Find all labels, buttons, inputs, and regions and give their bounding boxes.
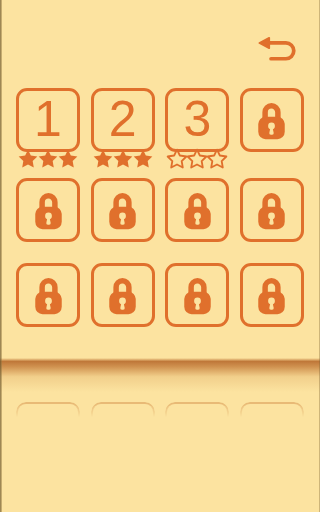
back-button[interactable] xyxy=(257,36,299,62)
star-empty-icon xyxy=(186,148,208,170)
level-cell xyxy=(16,178,80,242)
star-rating xyxy=(18,148,78,170)
level-button-7[interactable] xyxy=(165,178,229,242)
star-filled-icon xyxy=(112,148,134,170)
next-row-button-ghost xyxy=(16,402,80,417)
lock-icon xyxy=(255,274,288,316)
level-button-6[interactable] xyxy=(91,178,155,242)
bottom-shadow-band xyxy=(0,358,320,392)
star-filled-icon xyxy=(57,148,79,170)
next-row-button-ghost xyxy=(165,402,229,417)
star-rating xyxy=(93,148,153,170)
star-rating xyxy=(167,148,227,170)
level-row: 123 xyxy=(16,88,304,152)
level-cell xyxy=(240,88,304,152)
next-row-hint xyxy=(16,402,304,417)
level-cell xyxy=(16,263,80,327)
level-number: 2 xyxy=(109,94,137,144)
level-button-5[interactable] xyxy=(16,178,80,242)
level-button-9[interactable] xyxy=(16,263,80,327)
level-row xyxy=(16,178,304,242)
star-filled-icon xyxy=(17,148,39,170)
level-row xyxy=(16,263,304,327)
next-row-button-ghost xyxy=(91,402,155,417)
lock-icon xyxy=(181,274,214,316)
star-filled-icon xyxy=(37,148,59,170)
level-cell xyxy=(165,263,229,327)
level-cell xyxy=(240,263,304,327)
next-row-button-ghost xyxy=(240,402,304,417)
lock-icon xyxy=(106,189,139,231)
lock-icon xyxy=(106,274,139,316)
lock-icon xyxy=(32,189,65,231)
level-button-3[interactable]: 3 xyxy=(165,88,229,152)
level-number: 3 xyxy=(183,94,211,144)
lock-icon xyxy=(255,99,288,141)
level-cell xyxy=(91,178,155,242)
star-empty-icon xyxy=(206,148,228,170)
star-empty-icon xyxy=(166,148,188,170)
level-button-12[interactable] xyxy=(240,263,304,327)
level-button-4[interactable] xyxy=(240,88,304,152)
level-button-8[interactable] xyxy=(240,178,304,242)
level-number: 1 xyxy=(34,94,62,144)
lock-icon xyxy=(255,189,288,231)
star-filled-icon xyxy=(132,148,154,170)
level-cell: 3 xyxy=(165,88,229,152)
star-filled-icon xyxy=(92,148,114,170)
lock-icon xyxy=(181,189,214,231)
level-cell xyxy=(240,178,304,242)
level-button-11[interactable] xyxy=(165,263,229,327)
level-cell xyxy=(91,263,155,327)
level-cell: 2 xyxy=(91,88,155,152)
level-cell: 1 xyxy=(16,88,80,152)
level-button-2[interactable]: 2 xyxy=(91,88,155,152)
level-select-screen: 123 xyxy=(0,0,320,512)
screen-edge-left xyxy=(0,0,2,512)
level-cell xyxy=(165,178,229,242)
lock-icon xyxy=(32,274,65,316)
level-button-1[interactable]: 1 xyxy=(16,88,80,152)
back-arrow-icon xyxy=(257,36,299,62)
level-button-10[interactable] xyxy=(91,263,155,327)
